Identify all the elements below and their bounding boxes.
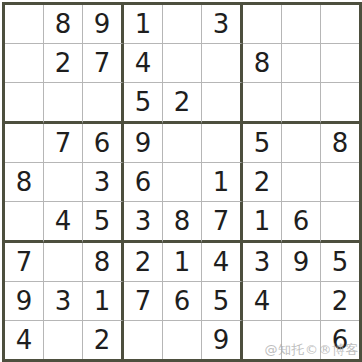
sudoku-cell-r9c4[interactable] — [124, 321, 163, 359]
sudoku-cell-r1c6[interactable]: 3 — [202, 5, 243, 44]
sudoku-cell-r6c6[interactable]: 7 — [202, 202, 243, 243]
sudoku-cell-r9c5[interactable] — [163, 321, 202, 359]
sudoku-cell-r3c2[interactable] — [44, 83, 83, 124]
sudoku-cell-r8c1[interactable]: 9 — [5, 282, 44, 321]
sudoku-cell-r1c8[interactable] — [282, 5, 321, 44]
sudoku-cell-r7c9[interactable]: 5 — [321, 243, 359, 282]
sudoku-cell-r5c5[interactable] — [163, 163, 202, 202]
sudoku-cell-r8c7[interactable]: 4 — [243, 282, 282, 321]
sudoku-cell-r3c9[interactable] — [321, 83, 359, 124]
sudoku-cell-r6c2[interactable]: 4 — [44, 202, 83, 243]
sudoku-cell-r8c5[interactable]: 6 — [163, 282, 202, 321]
sudoku-cell-r1c3[interactable]: 9 — [83, 5, 124, 44]
sudoku-cell-r2c4[interactable]: 4 — [124, 44, 163, 83]
sudoku-cell-r8c6[interactable]: 5 — [202, 282, 243, 321]
sudoku-cell-r6c9[interactable] — [321, 202, 359, 243]
sudoku-cell-r5c1[interactable]: 8 — [5, 163, 44, 202]
sudoku-cell-r6c3[interactable]: 5 — [83, 202, 124, 243]
sudoku-cell-r8c2[interactable]: 3 — [44, 282, 83, 321]
sudoku-cell-r7c5[interactable]: 1 — [163, 243, 202, 282]
sudoku-cell-r3c7[interactable] — [243, 83, 282, 124]
sudoku-cell-r2c3[interactable]: 7 — [83, 44, 124, 83]
sudoku-cell-r2c2[interactable]: 2 — [44, 44, 83, 83]
sudoku-cell-r7c2[interactable] — [44, 243, 83, 282]
sudoku-cell-r5c7[interactable]: 2 — [243, 163, 282, 202]
sudoku-cell-r2c8[interactable] — [282, 44, 321, 83]
sudoku-cell-r4c7[interactable]: 5 — [243, 124, 282, 163]
sudoku-cell-r2c9[interactable] — [321, 44, 359, 83]
sudoku-cell-r1c5[interactable] — [163, 5, 202, 44]
sudoku-cell-r1c7[interactable] — [243, 5, 282, 44]
sudoku-cell-r4c5[interactable] — [163, 124, 202, 163]
sudoku-cell-r7c6[interactable]: 4 — [202, 243, 243, 282]
sudoku-cell-r4c4[interactable]: 9 — [124, 124, 163, 163]
sudoku-cell-r6c7[interactable]: 1 — [243, 202, 282, 243]
sudoku-cell-r3c4[interactable]: 5 — [124, 83, 163, 124]
sudoku-cell-r5c6[interactable]: 1 — [202, 163, 243, 202]
sudoku-cell-r9c1[interactable]: 4 — [5, 321, 44, 359]
sudoku-cell-r8c4[interactable]: 7 — [124, 282, 163, 321]
sudoku-cell-r6c5[interactable]: 8 — [163, 202, 202, 243]
sudoku-cell-r9c6[interactable]: 9 — [202, 321, 243, 359]
sudoku-cell-r3c3[interactable] — [83, 83, 124, 124]
sudoku-cell-r4c8[interactable] — [282, 124, 321, 163]
sudoku-cell-r3c6[interactable] — [202, 83, 243, 124]
sudoku-cell-r1c9[interactable] — [321, 5, 359, 44]
sudoku-cell-r9c8[interactable] — [282, 321, 321, 359]
sudoku-cell-r1c1[interactable] — [5, 5, 44, 44]
sudoku-cell-r6c8[interactable]: 6 — [282, 202, 321, 243]
sudoku-cell-r7c7[interactable]: 3 — [243, 243, 282, 282]
sudoku-cell-r8c8[interactable] — [282, 282, 321, 321]
sudoku-cell-r5c2[interactable] — [44, 163, 83, 202]
sudoku-board: 8913274852769588361245387167821439593176… — [2, 2, 362, 362]
sudoku-cell-r9c2[interactable] — [44, 321, 83, 359]
sudoku-cell-r3c5[interactable]: 2 — [163, 83, 202, 124]
sudoku-cell-r9c9[interactable]: 6 — [321, 321, 359, 359]
sudoku-cell-r3c1[interactable] — [5, 83, 44, 124]
sudoku-page: 8913274852769588361245387167821439593176… — [0, 0, 362, 362]
sudoku-cell-r6c4[interactable]: 3 — [124, 202, 163, 243]
sudoku-cell-r5c9[interactable] — [321, 163, 359, 202]
sudoku-cell-r2c5[interactable] — [163, 44, 202, 83]
sudoku-cell-r3c8[interactable] — [282, 83, 321, 124]
sudoku-cell-r4c9[interactable]: 8 — [321, 124, 359, 163]
sudoku-cell-r5c4[interactable]: 6 — [124, 163, 163, 202]
sudoku-cell-r4c2[interactable]: 7 — [44, 124, 83, 163]
sudoku-cell-r6c1[interactable] — [5, 202, 44, 243]
sudoku-cell-r4c6[interactable] — [202, 124, 243, 163]
sudoku-cell-r5c8[interactable] — [282, 163, 321, 202]
sudoku-cell-r5c3[interactable]: 3 — [83, 163, 124, 202]
sudoku-cell-r4c3[interactable]: 6 — [83, 124, 124, 163]
sudoku-cell-r2c6[interactable] — [202, 44, 243, 83]
sudoku-cell-r7c4[interactable]: 2 — [124, 243, 163, 282]
sudoku-cell-r4c1[interactable] — [5, 124, 44, 163]
sudoku-cell-r7c3[interactable]: 8 — [83, 243, 124, 282]
sudoku-cell-r8c9[interactable]: 2 — [321, 282, 359, 321]
sudoku-cell-r1c2[interactable]: 8 — [44, 5, 83, 44]
sudoku-cell-r8c3[interactable]: 1 — [83, 282, 124, 321]
sudoku-cell-r7c8[interactable]: 9 — [282, 243, 321, 282]
sudoku-cell-r7c1[interactable]: 7 — [5, 243, 44, 282]
sudoku-cell-r9c7[interactable] — [243, 321, 282, 359]
sudoku-cell-r9c3[interactable]: 2 — [83, 321, 124, 359]
sudoku-cell-r1c4[interactable]: 1 — [124, 5, 163, 44]
sudoku-cell-r2c1[interactable] — [5, 44, 44, 83]
sudoku-cell-r2c7[interactable]: 8 — [243, 44, 282, 83]
